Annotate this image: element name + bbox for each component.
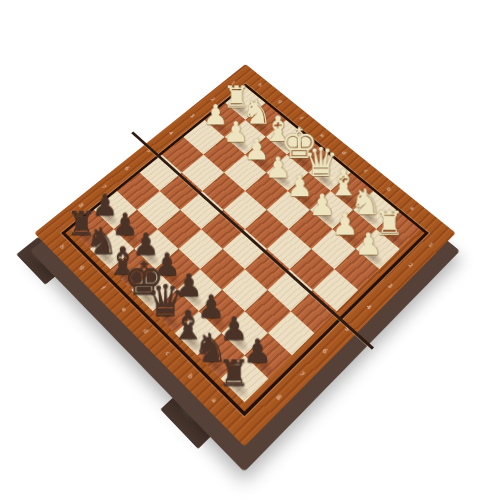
rank-label-left: 6 — [122, 164, 133, 173]
squares-grid: ♜♞♝♚♛♝♞♜♟♟♟♟♟♟♟♟♟♟♟♟♟♟♟♟♜♞♝♚♛♝♞♜ — [70, 87, 420, 403]
file-label-bottom: a — [208, 394, 220, 406]
rank-label-right: 8 — [273, 392, 286, 404]
rank-label-right: 7 — [296, 368, 308, 380]
rank-label-left: 5 — [144, 146, 155, 155]
file-label-bottom: d — [140, 325, 152, 336]
file-label-bottom: e — [118, 304, 130, 315]
rank-label-right: 2 — [405, 260, 417, 271]
rank-label-left: 4 — [166, 129, 177, 138]
rank-label-right: 3 — [384, 281, 396, 292]
file-label-bottom: c — [162, 348, 174, 360]
inner-frame: ♜♞♝♚♛♝♞♜♟♟♟♟♟♟♟♟♟♟♟♟♟♟♟♟♜♞♝♚♛♝♞♜ — [61, 84, 429, 417]
product-photo-scene: hh11gg22ff33ee44dd55cc66bb77aa88 ♜♞♝♚♛♝♞… — [0, 0, 500, 500]
piece-white-pawn[interactable]: ♟ — [347, 229, 391, 259]
rank-label-right: 1 — [425, 240, 437, 250]
piece-black-rook[interactable]: ♜ — [210, 355, 257, 391]
file-label-bottom: h — [57, 242, 68, 252]
rank-label-right: 6 — [319, 345, 331, 357]
file-label-bottom: b — [185, 370, 197, 382]
rank-label-right: 4 — [363, 302, 375, 313]
file-label-bottom: f — [97, 283, 108, 294]
file-label-bottom: g — [77, 262, 88, 273]
chess-board: hh11gg22ff33ee44dd55cc66bb77aa88 ♜♞♝♚♛♝♞… — [34, 64, 455, 447]
file-label-top: h — [255, 81, 265, 89]
